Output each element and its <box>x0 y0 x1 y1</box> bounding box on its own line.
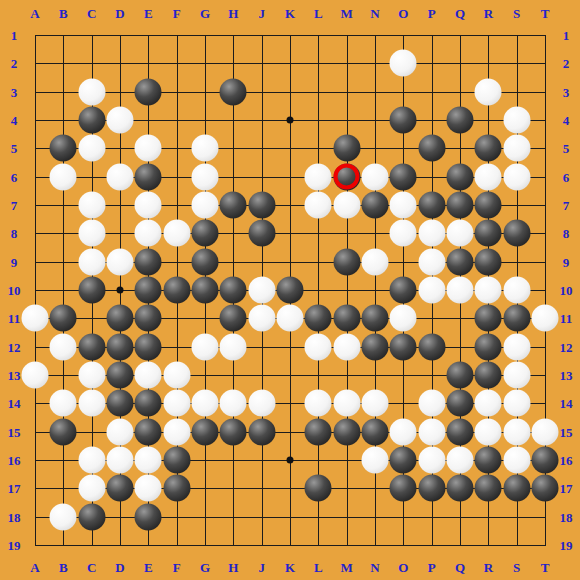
stone-black-D11[interactable] <box>107 305 134 332</box>
stone-black-B5[interactable] <box>50 135 77 162</box>
stone-black-R8[interactable] <box>475 220 502 247</box>
stone-black-R17[interactable] <box>475 475 502 502</box>
stone-white-R10[interactable] <box>475 277 502 304</box>
stone-white-S4[interactable] <box>503 107 530 134</box>
stone-black-M9[interactable] <box>333 248 360 275</box>
stone-white-S10[interactable] <box>503 277 530 304</box>
stone-white-J11[interactable] <box>248 305 275 332</box>
stone-black-E11[interactable] <box>135 305 162 332</box>
stone-black-E9[interactable] <box>135 248 162 275</box>
stone-black-N15[interactable] <box>362 418 389 445</box>
stone-white-K11[interactable] <box>277 305 304 332</box>
stone-black-P17[interactable] <box>418 475 445 502</box>
last-move-marker <box>334 164 360 190</box>
stone-black-E12[interactable] <box>135 333 162 360</box>
stone-white-G12[interactable] <box>192 333 219 360</box>
stone-white-A13[interactable] <box>22 362 49 389</box>
stone-black-F10[interactable] <box>163 277 190 304</box>
stone-black-G9[interactable] <box>192 248 219 275</box>
stone-white-C7[interactable] <box>78 192 105 219</box>
stone-black-P7[interactable] <box>418 192 445 219</box>
stone-black-R5[interactable] <box>475 135 502 162</box>
stone-white-Q16[interactable] <box>447 447 474 474</box>
stone-white-O8[interactable] <box>390 220 417 247</box>
stone-black-G8[interactable] <box>192 220 219 247</box>
stone-black-C12[interactable] <box>78 333 105 360</box>
stone-black-O4[interactable] <box>390 107 417 134</box>
stone-white-H14[interactable] <box>220 390 247 417</box>
stone-black-D17[interactable] <box>107 475 134 502</box>
stone-black-H11[interactable] <box>220 305 247 332</box>
stone-black-L11[interactable] <box>305 305 332 332</box>
stone-black-O6[interactable] <box>390 163 417 190</box>
stone-black-H10[interactable] <box>220 277 247 304</box>
stone-black-T17[interactable] <box>532 475 559 502</box>
stone-black-Q4[interactable] <box>447 107 474 134</box>
stone-white-C3[interactable] <box>78 78 105 105</box>
stone-white-D4[interactable] <box>107 107 134 134</box>
stone-white-N16[interactable] <box>362 447 389 474</box>
stone-white-G7[interactable] <box>192 192 219 219</box>
stone-black-R9[interactable] <box>475 248 502 275</box>
stone-white-F13[interactable] <box>163 362 190 389</box>
stone-white-E5[interactable] <box>135 135 162 162</box>
stone-white-R15[interactable] <box>475 418 502 445</box>
stone-white-T11[interactable] <box>532 305 559 332</box>
stone-black-F17[interactable] <box>163 475 190 502</box>
stone-white-E16[interactable] <box>135 447 162 474</box>
stone-black-M5[interactable] <box>333 135 360 162</box>
stone-black-D12[interactable] <box>107 333 134 360</box>
stone-white-P10[interactable] <box>418 277 445 304</box>
stone-black-S17[interactable] <box>503 475 530 502</box>
stone-white-O7[interactable] <box>390 192 417 219</box>
stone-black-R11[interactable] <box>475 305 502 332</box>
stone-white-C9[interactable] <box>78 248 105 275</box>
stone-white-T15[interactable] <box>532 418 559 445</box>
stone-black-P12[interactable] <box>418 333 445 360</box>
stone-black-Q17[interactable] <box>447 475 474 502</box>
stone-black-M11[interactable] <box>333 305 360 332</box>
stone-white-S6[interactable] <box>503 163 530 190</box>
stone-white-E17[interactable] <box>135 475 162 502</box>
stone-black-L15[interactable] <box>305 418 332 445</box>
stone-black-Q14[interactable] <box>447 390 474 417</box>
stone-white-C13[interactable] <box>78 362 105 389</box>
stone-black-E10[interactable] <box>135 277 162 304</box>
stone-white-F15[interactable] <box>163 418 190 445</box>
stone-white-R14[interactable] <box>475 390 502 417</box>
stone-white-C16[interactable] <box>78 447 105 474</box>
stone-white-E8[interactable] <box>135 220 162 247</box>
stone-black-M15[interactable] <box>333 418 360 445</box>
stone-white-L6[interactable] <box>305 163 332 190</box>
stone-white-J14[interactable] <box>248 390 275 417</box>
stone-black-D14[interactable] <box>107 390 134 417</box>
stone-white-C5[interactable] <box>78 135 105 162</box>
stone-black-S11[interactable] <box>503 305 530 332</box>
stone-black-R13[interactable] <box>475 362 502 389</box>
stone-black-D13[interactable] <box>107 362 134 389</box>
stone-black-O10[interactable] <box>390 277 417 304</box>
stone-black-E6[interactable] <box>135 163 162 190</box>
stone-white-D15[interactable] <box>107 418 134 445</box>
stone-black-R16[interactable] <box>475 447 502 474</box>
stone-white-S16[interactable] <box>503 447 530 474</box>
stone-black-F16[interactable] <box>163 447 190 474</box>
stone-white-M14[interactable] <box>333 390 360 417</box>
stone-white-S15[interactable] <box>503 418 530 445</box>
stone-black-B11[interactable] <box>50 305 77 332</box>
stone-white-N14[interactable] <box>362 390 389 417</box>
stone-black-S8[interactable] <box>503 220 530 247</box>
stone-white-S13[interactable] <box>503 362 530 389</box>
stone-black-E15[interactable] <box>135 418 162 445</box>
stone-white-D16[interactable] <box>107 447 134 474</box>
stone-black-Q13[interactable] <box>447 362 474 389</box>
stone-black-J15[interactable] <box>248 418 275 445</box>
stone-white-O2[interactable] <box>390 50 417 77</box>
stone-white-R3[interactable] <box>475 78 502 105</box>
stone-white-H12[interactable] <box>220 333 247 360</box>
stone-black-Q15[interactable] <box>447 418 474 445</box>
stone-white-E13[interactable] <box>135 362 162 389</box>
stone-black-G10[interactable] <box>192 277 219 304</box>
stone-black-O16[interactable] <box>390 447 417 474</box>
stone-white-L14[interactable] <box>305 390 332 417</box>
stone-white-M7[interactable] <box>333 192 360 219</box>
stone-layer <box>0 0 580 580</box>
stone-black-R7[interactable] <box>475 192 502 219</box>
stone-white-A11[interactable] <box>22 305 49 332</box>
stone-white-Q10[interactable] <box>447 277 474 304</box>
stone-white-O11[interactable] <box>390 305 417 332</box>
stone-black-H7[interactable] <box>220 192 247 219</box>
stone-white-L12[interactable] <box>305 333 332 360</box>
stone-black-E18[interactable] <box>135 503 162 530</box>
stone-white-G14[interactable] <box>192 390 219 417</box>
stone-white-F8[interactable] <box>163 220 190 247</box>
stone-white-C8[interactable] <box>78 220 105 247</box>
go-board[interactable]: AABBCCDDEEFFGGHHJJKKLLMMNNOOPPQQRRSSTT11… <box>0 0 580 580</box>
stone-black-E3[interactable] <box>135 78 162 105</box>
stone-white-L7[interactable] <box>305 192 332 219</box>
stone-black-G15[interactable] <box>192 418 219 445</box>
stone-white-F14[interactable] <box>163 390 190 417</box>
stone-black-M6[interactable] <box>333 163 360 190</box>
stone-white-G5[interactable] <box>192 135 219 162</box>
stone-black-N7[interactable] <box>362 192 389 219</box>
stone-white-P14[interactable] <box>418 390 445 417</box>
stone-white-B12[interactable] <box>50 333 77 360</box>
stone-white-Q8[interactable] <box>447 220 474 247</box>
stone-white-N6[interactable] <box>362 163 389 190</box>
stone-white-S5[interactable] <box>503 135 530 162</box>
stone-black-T16[interactable] <box>532 447 559 474</box>
stone-white-S14[interactable] <box>503 390 530 417</box>
stone-white-C17[interactable] <box>78 475 105 502</box>
stone-black-N11[interactable] <box>362 305 389 332</box>
stone-black-Q7[interactable] <box>447 192 474 219</box>
stone-black-J8[interactable] <box>248 220 275 247</box>
stone-black-E14[interactable] <box>135 390 162 417</box>
stone-black-K10[interactable] <box>277 277 304 304</box>
stone-black-R12[interactable] <box>475 333 502 360</box>
stone-white-E7[interactable] <box>135 192 162 219</box>
stone-white-C14[interactable] <box>78 390 105 417</box>
stone-black-P5[interactable] <box>418 135 445 162</box>
stone-black-B15[interactable] <box>50 418 77 445</box>
stone-black-C4[interactable] <box>78 107 105 134</box>
stone-white-B6[interactable] <box>50 163 77 190</box>
stone-white-D6[interactable] <box>107 163 134 190</box>
stone-white-B14[interactable] <box>50 390 77 417</box>
stone-white-N9[interactable] <box>362 248 389 275</box>
stone-black-L17[interactable] <box>305 475 332 502</box>
stone-black-O17[interactable] <box>390 475 417 502</box>
stone-white-M12[interactable] <box>333 333 360 360</box>
stone-black-Q9[interactable] <box>447 248 474 275</box>
stone-white-D9[interactable] <box>107 248 134 275</box>
stone-black-J7[interactable] <box>248 192 275 219</box>
stone-white-P8[interactable] <box>418 220 445 247</box>
stone-white-P9[interactable] <box>418 248 445 275</box>
stone-black-Q6[interactable] <box>447 163 474 190</box>
stone-black-H15[interactable] <box>220 418 247 445</box>
stone-black-H3[interactable] <box>220 78 247 105</box>
stone-white-B18[interactable] <box>50 503 77 530</box>
stone-black-C18[interactable] <box>78 503 105 530</box>
stone-white-J10[interactable] <box>248 277 275 304</box>
stone-black-C10[interactable] <box>78 277 105 304</box>
stone-black-N12[interactable] <box>362 333 389 360</box>
stone-white-G6[interactable] <box>192 163 219 190</box>
stone-white-R6[interactable] <box>475 163 502 190</box>
stone-white-O15[interactable] <box>390 418 417 445</box>
stone-white-P15[interactable] <box>418 418 445 445</box>
stone-white-S12[interactable] <box>503 333 530 360</box>
stone-white-P16[interactable] <box>418 447 445 474</box>
stone-black-O12[interactable] <box>390 333 417 360</box>
